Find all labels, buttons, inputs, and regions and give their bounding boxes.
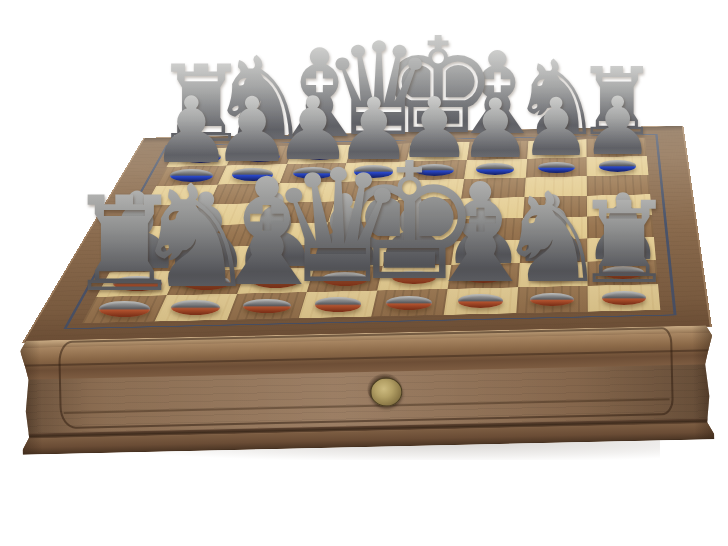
piece-near-rook-h1[interactable]: ♜: [602, 179, 645, 305]
storage-drawer[interactable]: [58, 327, 674, 429]
storage-box-front: [20, 325, 714, 455]
piece-near-rook-a1[interactable]: ♜: [99, 171, 150, 317]
box-right-corner-shade: [692, 325, 715, 439]
pawn-glyph: ♟: [582, 87, 654, 167]
rook-glyph: ♜: [66, 180, 183, 311]
red-felt-base: [602, 291, 645, 304]
box-left-corner-shade: [20, 340, 43, 454]
product-photo-scene: ♜♞♝♚♛♝♞♜♟♟♟♟♟♟♟♟♟♟♟♟♟♟♟♟♜♞♝♚♛♝♞♜: [0, 0, 728, 546]
piece-far-pawn-g7[interactable]: ♟: [538, 82, 575, 173]
red-felt-base: [99, 301, 150, 317]
piece-far-pawn-h7[interactable]: ♟: [599, 80, 636, 172]
